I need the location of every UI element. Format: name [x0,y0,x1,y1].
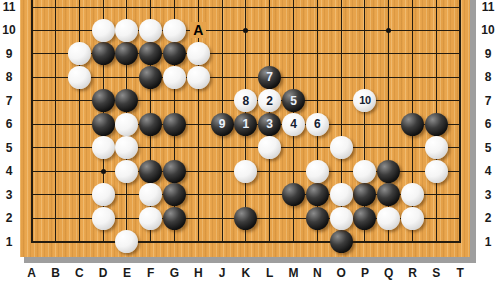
row-label-left-8: 8 [0,69,18,85]
col-label-B: B [47,264,65,282]
stone-black-N3[interactable] [306,183,329,206]
row-label-left-5: 5 [0,140,18,156]
col-label-Q: Q [380,264,398,282]
grid-vline-T [459,0,461,243]
row-label-right-7: 7 [479,93,497,109]
row-label-left-7: 7 [0,93,18,109]
stone-white-E1[interactable] [115,230,138,253]
stone-black-G9[interactable] [163,42,186,65]
row-label-right-1: 1 [479,234,497,250]
stone-white-F3[interactable] [139,183,162,206]
row-label-right-2: 2 [479,210,497,226]
stone-black-P3[interactable] [353,183,376,206]
stone-white-C9[interactable] [68,42,91,65]
move-8-stone-white-K7[interactable]: 8 [234,89,257,112]
stone-white-D5[interactable] [92,136,115,159]
grid-hline-8 [31,77,461,78]
stone-white-F2[interactable] [139,207,162,230]
go-diagram-screen: 75913821046A 11111010998877665544332211A… [0,0,500,284]
stone-black-D9[interactable] [92,42,115,65]
row-label-left-4: 4 [0,163,18,179]
stone-white-K4[interactable] [234,160,257,183]
stone-black-D7[interactable] [92,89,115,112]
star-point-K10 [243,28,248,33]
stone-black-G4[interactable] [163,160,186,183]
grid-vline-C [79,0,80,243]
grid-vline-A [31,0,33,243]
stone-white-F10[interactable] [139,19,162,42]
board-shadow-right [470,0,476,263]
col-label-P: P [356,264,374,282]
row-label-left-11: 11 [0,0,18,15]
row-label-right-3: 3 [479,187,497,203]
row-label-left-1: 1 [0,234,18,250]
col-label-D: D [94,264,112,282]
stone-white-C8[interactable] [68,66,91,89]
stone-white-O5[interactable] [330,136,353,159]
row-label-right-11: 11 [479,0,497,15]
stone-white-D2[interactable] [92,207,115,230]
stone-black-K2[interactable] [234,207,257,230]
stone-black-F8[interactable] [139,66,162,89]
stone-white-E5[interactable] [115,136,138,159]
stone-black-G3[interactable] [163,183,186,206]
star-point-Q10 [386,28,391,33]
stone-white-R2[interactable] [401,207,424,230]
move-1-stone-black-K6[interactable]: 1 [234,113,257,136]
stone-white-O3[interactable] [330,183,353,206]
stone-white-H9[interactable] [187,42,210,65]
stone-white-Q2[interactable] [377,207,400,230]
col-label-H: H [189,264,207,282]
grid-vline-B [55,0,56,243]
stone-white-D10[interactable] [92,19,115,42]
stone-black-G6[interactable] [163,113,186,136]
row-label-left-9: 9 [0,46,18,62]
col-label-T: T [451,264,469,282]
stone-black-M3[interactable] [282,183,305,206]
move-9-stone-black-J6[interactable]: 9 [211,113,234,136]
stone-white-H8[interactable] [187,66,210,89]
col-label-O: O [332,264,350,282]
stone-black-O1[interactable] [330,230,353,253]
row-label-right-9: 9 [479,46,497,62]
stone-black-F9[interactable] [139,42,162,65]
col-label-C: C [70,264,88,282]
stone-white-E10[interactable] [115,19,138,42]
stone-white-G8[interactable] [163,66,186,89]
stone-white-D3[interactable] [92,183,115,206]
star-point-D4 [101,169,106,174]
row-label-right-5: 5 [479,140,497,156]
col-label-K: K [237,264,255,282]
grid-hline-1 [31,241,461,243]
col-label-N: N [308,264,326,282]
col-label-S: S [427,264,445,282]
stone-black-D6[interactable] [92,113,115,136]
stone-black-Q4[interactable] [377,160,400,183]
marker-A-H10[interactable]: A [190,22,206,38]
stone-black-P2[interactable] [353,207,376,230]
col-label-G: G [166,264,184,282]
stone-white-P4[interactable] [353,160,376,183]
col-label-F: F [142,264,160,282]
stone-white-E4[interactable] [115,160,138,183]
board-shadow-bottom [24,257,476,263]
stone-white-S5[interactable] [425,136,448,159]
stone-white-R3[interactable] [401,183,424,206]
row-label-right-8: 8 [479,69,497,85]
stone-white-O2[interactable] [330,207,353,230]
row-label-left-3: 3 [0,187,18,203]
stone-black-E9[interactable] [115,42,138,65]
col-label-A: A [23,264,41,282]
move-4-stone-white-M6[interactable]: 4 [282,113,305,136]
stone-white-G10[interactable] [163,19,186,42]
row-label-right-10: 10 [479,22,497,38]
stone-black-E7[interactable] [115,89,138,112]
stone-black-S6[interactable] [425,113,448,136]
row-label-left-10: 10 [0,22,18,38]
stone-black-F6[interactable] [139,113,162,136]
stone-white-L5[interactable] [258,136,281,159]
move-7-stone-black-L8[interactable]: 7 [258,66,281,89]
grid-hline-11 [31,7,461,8]
col-label-E: E [118,264,136,282]
row-label-left-2: 2 [0,210,18,226]
move-10-stone-white-P7[interactable]: 10 [353,89,376,112]
stone-black-G2[interactable] [163,207,186,230]
stone-white-N4[interactable] [306,160,329,183]
stone-black-N2[interactable] [306,207,329,230]
move-5-stone-black-M7[interactable]: 5 [282,89,305,112]
stone-white-S4[interactable] [425,160,448,183]
col-label-L: L [261,264,279,282]
move-2-stone-white-L7[interactable]: 2 [258,89,281,112]
move-3-stone-black-L6[interactable]: 3 [258,113,281,136]
move-6-stone-white-N6[interactable]: 6 [306,113,329,136]
col-label-J: J [213,264,231,282]
row-label-right-4: 4 [479,163,497,179]
stone-black-Q3[interactable] [377,183,400,206]
stone-black-F4[interactable] [139,160,162,183]
row-label-left-6: 6 [0,116,18,132]
col-label-R: R [404,264,422,282]
stone-black-R6[interactable] [401,113,424,136]
stone-white-E6[interactable] [115,113,138,136]
go-board[interactable]: 75913821046A [20,0,470,257]
col-label-M: M [285,264,303,282]
row-label-right-6: 6 [479,116,497,132]
